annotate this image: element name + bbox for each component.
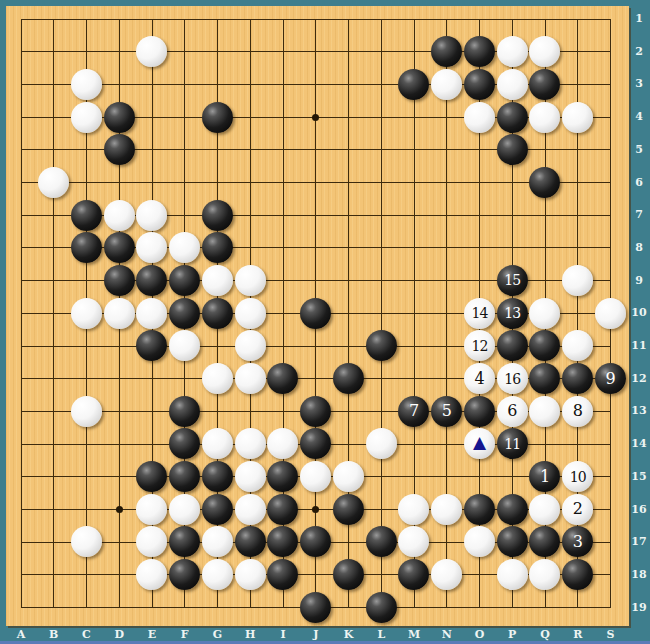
stone-black-I12[interactable]	[267, 363, 298, 394]
stone-black-G15[interactable]	[202, 461, 233, 492]
move-number: 14	[472, 306, 488, 320]
stone-white-E10[interactable]	[136, 298, 167, 329]
stone-black-J19[interactable]	[300, 592, 331, 623]
stone-black-Q12[interactable]	[529, 363, 560, 394]
stone-white-L14[interactable]	[366, 428, 397, 459]
move-number: 4	[474, 371, 484, 387]
row-label-5: 5	[630, 143, 648, 157]
stone-black-J13[interactable]	[300, 396, 331, 427]
stone-black-Q11[interactable]	[529, 330, 560, 361]
stone-white-Q16[interactable]	[529, 494, 560, 525]
stone-white-P3[interactable]	[497, 69, 528, 100]
move-number: 3	[573, 534, 583, 550]
stone-black-F13[interactable]	[169, 396, 200, 427]
stone-black-I16[interactable]	[267, 494, 298, 525]
stone-white-Q13[interactable]	[529, 396, 560, 427]
col-label-S: S	[603, 628, 619, 642]
stone-black-P11[interactable]	[497, 330, 528, 361]
stone-white-Q4[interactable]	[529, 102, 560, 133]
stone-black-J10[interactable]	[300, 298, 331, 329]
stone-black-M13[interactable]: 7	[398, 396, 429, 427]
stone-white-R4[interactable]	[562, 102, 593, 133]
stone-black-O3[interactable]	[464, 69, 495, 100]
stone-white-J15[interactable]	[300, 461, 331, 492]
col-label-Q: Q	[537, 628, 553, 642]
stone-black-N13[interactable]: 5	[431, 396, 462, 427]
stone-black-E9[interactable]	[136, 265, 167, 296]
row-label-6: 6	[630, 176, 648, 190]
stones-layer: 1514131241697568▲1111023	[5, 3, 627, 624]
stone-black-E15[interactable]	[136, 461, 167, 492]
move-number: 9	[605, 371, 615, 387]
stone-black-O13[interactable]	[464, 396, 495, 427]
move-number: 1	[540, 469, 550, 485]
stone-white-H18[interactable]	[235, 559, 266, 590]
stone-white-G9[interactable]	[202, 265, 233, 296]
stone-white-M17[interactable]	[398, 526, 429, 557]
stone-white-C10[interactable]	[71, 298, 102, 329]
stone-black-L19[interactable]	[366, 592, 397, 623]
stone-white-P12[interactable]: 16	[497, 363, 528, 394]
col-label-D: D	[111, 628, 127, 642]
stone-white-Q10[interactable]	[529, 298, 560, 329]
stone-black-K18[interactable]	[333, 559, 364, 590]
go-board[interactable]: 1514131241697568▲1111023	[6, 6, 629, 626]
row-label-3: 3	[630, 77, 648, 91]
row-label-14: 14	[630, 437, 648, 451]
stone-black-G16[interactable]	[202, 494, 233, 525]
row-label-17: 17	[630, 535, 648, 549]
stone-black-M18[interactable]	[398, 559, 429, 590]
stone-white-E18[interactable]	[136, 559, 167, 590]
stone-white-H15[interactable]	[235, 461, 266, 492]
stone-black-I15[interactable]	[267, 461, 298, 492]
stone-black-O16[interactable]	[464, 494, 495, 525]
col-label-R: R	[570, 628, 586, 642]
stone-white-E17[interactable]	[136, 526, 167, 557]
stone-black-R17[interactable]: 3	[562, 526, 593, 557]
stone-black-G4[interactable]	[202, 102, 233, 133]
stone-black-O2[interactable]	[464, 36, 495, 67]
move-number: 15	[504, 273, 520, 287]
col-label-B: B	[46, 628, 62, 642]
stone-white-C17[interactable]	[71, 526, 102, 557]
row-label-4: 4	[630, 110, 648, 124]
stone-black-M3[interactable]	[398, 69, 429, 100]
stone-black-E11[interactable]	[136, 330, 167, 361]
stone-black-G8[interactable]	[202, 232, 233, 263]
stone-black-Q3[interactable]	[529, 69, 560, 100]
stone-white-R9[interactable]	[562, 265, 593, 296]
row-label-2: 2	[630, 45, 648, 59]
stone-white-G12[interactable]	[202, 363, 233, 394]
stone-black-Q17[interactable]	[529, 526, 560, 557]
stone-black-K16[interactable]	[333, 494, 364, 525]
stone-black-R12[interactable]	[562, 363, 593, 394]
stone-white-G17[interactable]	[202, 526, 233, 557]
row-label-12: 12	[630, 372, 648, 386]
stone-white-O17[interactable]	[464, 526, 495, 557]
stone-white-Q18[interactable]	[529, 559, 560, 590]
stone-black-N2[interactable]	[431, 36, 462, 67]
stone-black-D8[interactable]	[104, 232, 135, 263]
move-number: 16	[504, 372, 520, 386]
stone-black-F9[interactable]	[169, 265, 200, 296]
stone-white-D7[interactable]	[104, 200, 135, 231]
col-label-G: G	[210, 628, 226, 642]
stone-white-E8[interactable]	[136, 232, 167, 263]
stone-black-F14[interactable]	[169, 428, 200, 459]
stone-black-G7[interactable]	[202, 200, 233, 231]
stone-white-F16[interactable]	[169, 494, 200, 525]
stone-black-D9[interactable]	[104, 265, 135, 296]
stone-white-C3[interactable]	[71, 69, 102, 100]
stone-white-H9[interactable]	[235, 265, 266, 296]
triangle-marker-icon: ▲	[473, 434, 486, 451]
stone-black-P5[interactable]	[497, 134, 528, 165]
col-label-O: O	[472, 628, 488, 642]
stone-white-P2[interactable]	[497, 36, 528, 67]
stone-white-S10[interactable]	[595, 298, 626, 329]
stone-white-C13[interactable]	[71, 396, 102, 427]
stone-white-O14[interactable]: ▲	[464, 428, 495, 459]
stone-black-I18[interactable]	[267, 559, 298, 590]
col-label-A: A	[13, 628, 29, 642]
stone-white-H11[interactable]	[235, 330, 266, 361]
stone-black-H17[interactable]	[235, 526, 266, 557]
stone-white-N18[interactable]	[431, 559, 462, 590]
stone-black-F10[interactable]	[169, 298, 200, 329]
stone-black-I17[interactable]	[267, 526, 298, 557]
stone-black-S12[interactable]: 9	[595, 363, 626, 394]
stone-white-O11[interactable]: 12	[464, 330, 495, 361]
stone-white-F8[interactable]	[169, 232, 200, 263]
row-label-13: 13	[630, 404, 648, 418]
row-label-16: 16	[630, 503, 648, 517]
stone-black-F17[interactable]	[169, 526, 200, 557]
stone-black-J17[interactable]	[300, 526, 331, 557]
stone-white-B6[interactable]	[38, 167, 69, 198]
move-number: 8	[573, 403, 583, 419]
col-label-E: E	[144, 628, 160, 642]
col-label-L: L	[373, 628, 389, 642]
row-label-10: 10	[630, 306, 648, 320]
stone-white-I14[interactable]	[267, 428, 298, 459]
row-label-8: 8	[630, 241, 648, 255]
col-label-K: K	[341, 628, 357, 642]
row-label-11: 11	[630, 339, 648, 353]
stone-black-K12[interactable]	[333, 363, 364, 394]
stone-black-P14[interactable]: 11	[497, 428, 528, 459]
stone-black-P17[interactable]	[497, 526, 528, 557]
stone-black-J14[interactable]	[300, 428, 331, 459]
stone-white-H16[interactable]	[235, 494, 266, 525]
stone-white-E16[interactable]	[136, 494, 167, 525]
stone-black-P9[interactable]: 15	[497, 265, 528, 296]
stone-white-E7[interactable]	[136, 200, 167, 231]
stone-black-P4[interactable]	[497, 102, 528, 133]
row-label-1: 1	[630, 12, 648, 26]
row-label-9: 9	[630, 274, 648, 288]
stone-white-E2[interactable]	[136, 36, 167, 67]
col-label-H: H	[242, 628, 258, 642]
stone-white-H12[interactable]	[235, 363, 266, 394]
row-label-15: 15	[630, 470, 648, 484]
move-number: 12	[472, 339, 488, 353]
stone-white-M16[interactable]	[398, 494, 429, 525]
go-board-window: 1514131241697568▲1111023 ABCDEFGHIJKLMNO…	[0, 0, 650, 644]
stone-white-O12[interactable]: 4	[464, 363, 495, 394]
stone-white-Q2[interactable]	[529, 36, 560, 67]
stone-black-D4[interactable]	[104, 102, 135, 133]
stone-black-R18[interactable]	[562, 559, 593, 590]
move-number: 6	[507, 403, 517, 419]
stone-white-F11[interactable]	[169, 330, 200, 361]
move-number: 2	[573, 501, 583, 517]
stone-white-P13[interactable]: 6	[497, 396, 528, 427]
stone-white-R15[interactable]: 10	[562, 461, 593, 492]
stone-white-H10[interactable]	[235, 298, 266, 329]
move-number: 7	[409, 403, 419, 419]
stone-white-N16[interactable]	[431, 494, 462, 525]
row-label-18: 18	[630, 568, 648, 582]
move-number: 13	[504, 306, 520, 320]
stone-white-P18[interactable]	[497, 559, 528, 590]
stone-white-G18[interactable]	[202, 559, 233, 590]
stone-white-H14[interactable]	[235, 428, 266, 459]
move-number: 11	[504, 437, 520, 451]
move-number: 10	[570, 470, 586, 484]
col-label-M: M	[406, 628, 422, 642]
stone-white-N3[interactable]	[431, 69, 462, 100]
col-label-I: I	[275, 628, 291, 642]
col-label-F: F	[177, 628, 193, 642]
stone-white-K15[interactable]	[333, 461, 364, 492]
stone-white-R16[interactable]: 2	[562, 494, 593, 525]
stone-white-R11[interactable]	[562, 330, 593, 361]
stone-black-C7[interactable]	[71, 200, 102, 231]
stone-white-D10[interactable]	[104, 298, 135, 329]
stone-black-Q6[interactable]	[529, 167, 560, 198]
row-label-7: 7	[630, 208, 648, 222]
col-label-C: C	[79, 628, 95, 642]
stone-white-O10[interactable]: 14	[464, 298, 495, 329]
stone-black-P10[interactable]: 13	[497, 298, 528, 329]
stone-black-C8[interactable]	[71, 232, 102, 263]
stone-white-G14[interactable]	[202, 428, 233, 459]
col-label-J: J	[308, 628, 324, 642]
stone-white-R13[interactable]: 8	[562, 396, 593, 427]
move-number: 5	[442, 403, 452, 419]
row-label-19: 19	[630, 601, 648, 615]
stone-white-C4[interactable]	[71, 102, 102, 133]
col-label-P: P	[504, 628, 520, 642]
stone-black-G10[interactable]	[202, 298, 233, 329]
stone-black-L11[interactable]	[366, 330, 397, 361]
stone-black-F15[interactable]	[169, 461, 200, 492]
stone-black-Q15[interactable]: 1	[529, 461, 560, 492]
stone-black-L17[interactable]	[366, 526, 397, 557]
stone-black-D5[interactable]	[104, 134, 135, 165]
stone-white-O4[interactable]	[464, 102, 495, 133]
stone-black-P16[interactable]	[497, 494, 528, 525]
col-label-N: N	[439, 628, 455, 642]
stone-black-F18[interactable]	[169, 559, 200, 590]
